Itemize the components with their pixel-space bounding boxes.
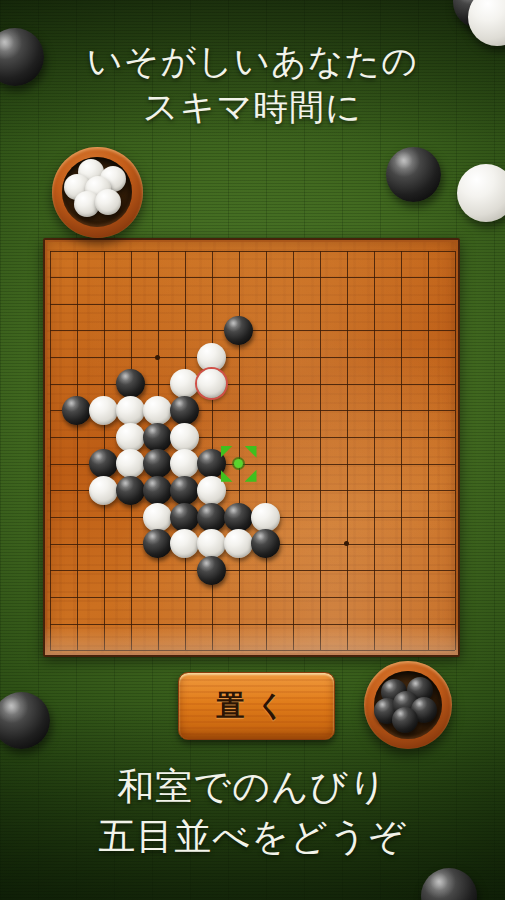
white-stone (251, 503, 280, 532)
last-move-stone (197, 369, 226, 398)
white-stone-bowl (52, 147, 143, 238)
grid-line (347, 251, 348, 651)
black-stone-decor (421, 868, 477, 900)
grid-line (401, 251, 402, 651)
grid-line (50, 277, 455, 278)
white-stone (224, 529, 253, 558)
black-stone (197, 556, 226, 585)
grid-line (50, 570, 455, 571)
black-stone (116, 476, 145, 505)
white-stone-in-bowl (95, 189, 121, 215)
black-stone (224, 316, 253, 345)
black-stone-decor (386, 147, 441, 202)
grid-line (50, 384, 455, 385)
grid-line (50, 597, 455, 598)
white-stone (170, 369, 199, 398)
white-stone (197, 529, 226, 558)
board[interactable] (43, 238, 460, 657)
place-button[interactable]: 置く (178, 672, 335, 740)
star-point (155, 355, 160, 360)
black-stone (62, 396, 91, 425)
grid-line (320, 251, 321, 651)
cursor-corner-icon (245, 446, 257, 458)
headline-line2: スキマ時間に (0, 84, 505, 130)
caption-line1: 和室でのんびり (0, 762, 505, 812)
grid-line (50, 437, 455, 438)
grid-line (50, 357, 455, 358)
white-stone (116, 396, 145, 425)
app-screen: いそがしいあなたの スキマ時間に 置く 和室でのんびり 五目並べをどうぞ (0, 0, 505, 900)
grid-line (50, 650, 455, 651)
caption-line2: 五目並べをどうぞ (0, 812, 505, 862)
grid-line (293, 251, 294, 651)
black-stone (170, 396, 199, 425)
star-point (344, 541, 349, 546)
black-stone (143, 449, 172, 478)
cursor-corner-icon (221, 470, 233, 482)
black-stone (143, 423, 172, 452)
black-stone (251, 529, 280, 558)
white-stone (170, 423, 199, 452)
grid-line (50, 251, 51, 651)
black-stone (170, 503, 199, 532)
white-stone (143, 503, 172, 532)
grid-line (455, 251, 456, 651)
caption: 和室でのんびり 五目並べをどうぞ (0, 762, 505, 862)
white-stone-decor (457, 164, 505, 222)
white-stone (170, 529, 199, 558)
black-stone (197, 503, 226, 532)
grid-line (50, 251, 455, 252)
white-stone (116, 423, 145, 452)
black-stone-in-bowl (392, 707, 418, 733)
black-stone (116, 369, 145, 398)
white-stone (89, 476, 118, 505)
white-stone (89, 396, 118, 425)
cursor-dot-icon (234, 459, 243, 468)
black-stone (224, 503, 253, 532)
black-stone (143, 529, 172, 558)
black-stone-bowl (364, 661, 452, 749)
placement-cursor[interactable] (221, 446, 257, 482)
grid-line (77, 251, 78, 651)
grid-line (50, 624, 455, 625)
headline-line1: いそがしいあなたの (0, 38, 505, 84)
black-stone (143, 476, 172, 505)
white-stone (170, 449, 199, 478)
black-stone (170, 476, 199, 505)
cursor-corner-icon (245, 470, 257, 482)
grid-line (374, 251, 375, 651)
grid-line (266, 251, 267, 651)
cursor-corner-icon (221, 446, 233, 458)
black-stone (89, 449, 118, 478)
white-stone (116, 449, 145, 478)
grid-line (50, 304, 455, 305)
place-button-label: 置く (216, 690, 297, 721)
headline: いそがしいあなたの スキマ時間に (0, 38, 505, 130)
grid-line (428, 251, 429, 651)
white-stone (197, 343, 226, 372)
black-stone-decor (0, 692, 50, 749)
white-stone (143, 396, 172, 425)
